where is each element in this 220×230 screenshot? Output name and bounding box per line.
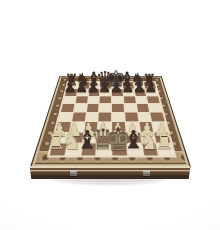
square-e6	[112, 96, 123, 103]
square-b8	[78, 82, 89, 88]
square-h8	[144, 82, 156, 88]
square-f7	[123, 89, 134, 96]
square-d4	[99, 113, 111, 122]
square-b6	[75, 96, 87, 103]
square-g3	[139, 122, 153, 131]
square-e1	[112, 144, 127, 156]
square-f1	[127, 144, 142, 156]
square-a6	[63, 96, 76, 103]
square-a8	[67, 82, 79, 88]
square-c1	[81, 144, 96, 156]
chess-board	[30, 76, 191, 167]
square-d5	[99, 104, 111, 112]
square-g2	[140, 132, 155, 143]
square-e3	[112, 122, 125, 131]
square-c4	[85, 113, 98, 122]
square-a4	[59, 113, 73, 122]
square-f5	[124, 104, 136, 112]
square-h2	[155, 132, 171, 143]
product-photo-scene: ♜♞♝♛♚♝♞♜♟♟♟♟♟♟♟♟♟♟♟♟♟♟♟♟♜♞♝♛♚♝♞♜	[0, 0, 220, 230]
square-e4	[112, 113, 124, 122]
square-c5	[86, 104, 98, 112]
square-c7	[88, 89, 99, 96]
square-e5	[112, 104, 124, 112]
square-d7	[100, 89, 111, 96]
square-d1	[97, 144, 111, 156]
square-h1	[157, 144, 174, 156]
square-a5	[61, 104, 74, 112]
square-g6	[135, 96, 147, 103]
square-h4	[150, 113, 164, 122]
square-g8	[133, 82, 144, 88]
square-g5	[136, 104, 149, 112]
board-box-side	[28, 166, 192, 179]
square-g1	[142, 144, 158, 156]
square-b3	[70, 122, 84, 131]
square-h7	[146, 89, 158, 96]
square-f4	[125, 113, 138, 122]
square-h6	[147, 96, 160, 103]
square-b5	[74, 104, 87, 112]
metal-clasp-left	[70, 170, 77, 176]
square-b7	[77, 89, 89, 96]
square-b1	[65, 144, 81, 156]
square-a1	[50, 144, 67, 156]
square-h5	[149, 104, 162, 112]
square-d6	[100, 96, 111, 103]
square-g4	[138, 113, 152, 122]
square-e7	[112, 89, 123, 96]
square-a3	[56, 122, 71, 131]
board-grid	[47, 81, 177, 157]
square-d3	[98, 122, 111, 131]
square-f2	[126, 132, 140, 143]
square-a2	[53, 132, 69, 143]
square-h3	[152, 122, 167, 131]
square-e2	[112, 132, 126, 143]
square-f8	[123, 82, 134, 88]
square-f3	[126, 122, 140, 131]
square-d8	[101, 82, 111, 88]
square-b4	[72, 113, 85, 122]
square-e8	[112, 82, 122, 88]
square-c3	[84, 122, 98, 131]
square-c8	[89, 82, 100, 88]
square-f6	[124, 96, 136, 103]
square-a7	[65, 89, 77, 96]
square-g7	[134, 89, 146, 96]
square-b2	[68, 132, 83, 143]
metal-clasp-right	[143, 170, 150, 176]
square-d2	[97, 132, 111, 143]
square-c2	[83, 132, 97, 143]
square-c6	[88, 96, 100, 103]
